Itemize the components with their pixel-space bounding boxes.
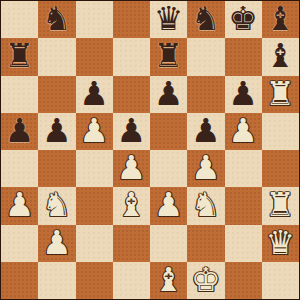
square-b8[interactable]: ♞ [38, 1, 75, 38]
square-c3[interactable] [76, 187, 113, 224]
black-pawn-b5: ♟ [42, 114, 72, 147]
square-g2[interactable] [225, 225, 262, 262]
square-a2[interactable] [1, 225, 38, 262]
black-pawn-d5: ♟ [117, 114, 147, 147]
square-c2[interactable] [76, 225, 113, 262]
square-c6[interactable]: ♟ [76, 76, 113, 113]
square-g3[interactable] [225, 187, 262, 224]
square-a6[interactable] [1, 76, 38, 113]
square-b7[interactable] [38, 38, 75, 75]
black-pawn-c6: ♟ [79, 77, 109, 110]
square-d8[interactable] [113, 1, 150, 38]
square-e5[interactable] [150, 113, 187, 150]
square-d5[interactable]: ♟ [113, 113, 150, 150]
black-pawn-g6: ♟ [228, 77, 258, 110]
square-f7[interactable] [187, 38, 224, 75]
square-e2[interactable] [150, 225, 187, 262]
black-pawn-a5: ♟ [5, 114, 35, 147]
square-e7[interactable]: ♜ [150, 38, 187, 75]
square-h2[interactable]: ♛ [262, 225, 299, 262]
square-d2[interactable] [113, 225, 150, 262]
square-g1[interactable] [225, 262, 262, 299]
black-bishop-h8: ♝ [266, 2, 296, 35]
white-pawn-b2: ♟ [42, 226, 72, 259]
square-b2[interactable]: ♟ [38, 225, 75, 262]
square-a7[interactable]: ♜ [1, 38, 38, 75]
square-e1[interactable]: ♝ [150, 262, 187, 299]
square-h5[interactable] [262, 113, 299, 150]
square-d4[interactable]: ♟ [113, 150, 150, 187]
square-c1[interactable] [76, 262, 113, 299]
white-bishop-d3: ♝ [117, 188, 147, 221]
square-f4[interactable]: ♟ [187, 150, 224, 187]
square-a3[interactable]: ♟ [1, 187, 38, 224]
square-g5[interactable]: ♟ [225, 113, 262, 150]
square-h3[interactable]: ♜ [262, 187, 299, 224]
black-bishop-h7: ♝ [266, 39, 296, 72]
square-h7[interactable]: ♝ [262, 38, 299, 75]
square-c8[interactable] [76, 1, 113, 38]
square-g4[interactable] [225, 150, 262, 187]
white-pawn-d4: ♟ [117, 151, 147, 184]
square-c4[interactable] [76, 150, 113, 187]
square-f2[interactable] [187, 225, 224, 262]
white-rook-h6: ♜ [266, 77, 296, 110]
black-pawn-e6: ♟ [154, 77, 184, 110]
square-d7[interactable] [113, 38, 150, 75]
square-f1[interactable]: ♚ [187, 262, 224, 299]
black-rook-a7: ♜ [5, 39, 35, 72]
square-d6[interactable] [113, 76, 150, 113]
square-g6[interactable]: ♟ [225, 76, 262, 113]
white-pawn-a3: ♟ [5, 188, 35, 221]
square-f6[interactable] [187, 76, 224, 113]
square-h8[interactable]: ♝ [262, 1, 299, 38]
square-c7[interactable] [76, 38, 113, 75]
white-pawn-e3: ♟ [154, 188, 184, 221]
white-bishop-e1: ♝ [154, 263, 184, 296]
square-b3[interactable]: ♞ [38, 187, 75, 224]
black-rook-e7: ♜ [154, 39, 184, 72]
square-e4[interactable] [150, 150, 187, 187]
square-e6[interactable]: ♟ [150, 76, 187, 113]
square-b4[interactable] [38, 150, 75, 187]
white-king-f1: ♚ [191, 263, 221, 296]
black-knight-b8: ♞ [42, 2, 72, 35]
square-e3[interactable]: ♟ [150, 187, 187, 224]
square-c5[interactable]: ♟ [76, 113, 113, 150]
square-b5[interactable]: ♟ [38, 113, 75, 150]
chess-board: ♞♛♞♚♝♜♜♝♟♟♟♜♟♟♟♟♟♟♟♟♟♞♝♟♞♜♟♛♝♚ [0, 0, 300, 300]
square-b6[interactable] [38, 76, 75, 113]
square-a5[interactable]: ♟ [1, 113, 38, 150]
black-knight-f8: ♞ [191, 2, 221, 35]
white-pawn-f4: ♟ [191, 151, 221, 184]
white-knight-b3: ♞ [42, 188, 72, 221]
square-a4[interactable] [1, 150, 38, 187]
square-d3[interactable]: ♝ [113, 187, 150, 224]
black-queen-e8: ♛ [154, 2, 184, 35]
black-pawn-f5: ♟ [191, 114, 221, 147]
white-pawn-c5: ♟ [79, 114, 109, 147]
square-a1[interactable] [1, 262, 38, 299]
black-king-g8: ♚ [228, 2, 258, 35]
square-a8[interactable] [1, 1, 38, 38]
square-g7[interactable] [225, 38, 262, 75]
white-queen-h2: ♛ [266, 226, 296, 259]
square-h1[interactable] [262, 262, 299, 299]
square-b1[interactable] [38, 262, 75, 299]
square-f5[interactable]: ♟ [187, 113, 224, 150]
square-f3[interactable]: ♞ [187, 187, 224, 224]
white-knight-f3: ♞ [191, 188, 221, 221]
square-f8[interactable]: ♞ [187, 1, 224, 38]
chess-board-container: ♞♛♞♚♝♜♜♝♟♟♟♜♟♟♟♟♟♟♟♟♟♞♝♟♞♜♟♛♝♚ [0, 0, 300, 300]
square-d1[interactable] [113, 262, 150, 299]
square-g8[interactable]: ♚ [225, 1, 262, 38]
white-pawn-g5: ♟ [228, 114, 258, 147]
square-h6[interactable]: ♜ [262, 76, 299, 113]
white-rook-h3: ♜ [266, 188, 296, 221]
square-e8[interactable]: ♛ [150, 1, 187, 38]
square-h4[interactable] [262, 150, 299, 187]
